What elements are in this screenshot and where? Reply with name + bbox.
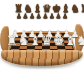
live-edge-left xyxy=(0,26,9,52)
chess-set-photo: ♜♞♝♛♚♝♞♜ ♟♟♟♟♟♟♟♟ ♟♟♟♟♟♟♟♟ ♜♞♝♛♚♝♞♜ xyxy=(0,0,84,84)
chess-piece: ♜ xyxy=(80,3,84,14)
live-edge-right xyxy=(75,24,84,52)
